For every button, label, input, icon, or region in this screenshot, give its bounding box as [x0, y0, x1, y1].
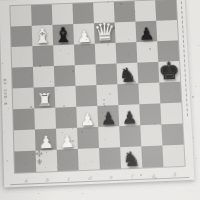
square-b7: ♝: [32, 25, 53, 46]
square-b5: [33, 66, 55, 88]
square-e1: [99, 147, 121, 169]
square-d5: [75, 64, 97, 86]
square-f6: [116, 42, 138, 63]
square-e2: [98, 126, 120, 148]
square-b4: ♜: [34, 87, 56, 109]
square-f4: [117, 83, 139, 105]
chessboard: ♝♝♟♛♟♞♚♜♟♟♟♟♟✣⚜♞ abcdefgh 8·845·49: [0, 0, 195, 187]
square-a8: [10, 5, 31, 26]
square-g3: [139, 103, 161, 125]
square-a3: [13, 108, 35, 130]
square-c4: [55, 86, 77, 108]
square-d3: ♟: [76, 106, 98, 128]
square-b6: [32, 45, 54, 66]
square-d7: ♟: [73, 23, 95, 44]
square-f7: [115, 22, 137, 43]
black-knight-f1: ♞: [122, 148, 141, 169]
square-d2: [77, 127, 99, 149]
file-label-e: e: [100, 174, 121, 181]
square-h6: [157, 40, 179, 61]
white-pawn-d7: ♟: [76, 28, 92, 45]
square-e3: ♟: [97, 105, 119, 127]
square-c8: [52, 4, 73, 25]
file-label-g: g: [143, 172, 165, 179]
square-h5: ♚: [158, 61, 180, 83]
square-d1: [78, 148, 100, 170]
square-e7: ♛: [94, 22, 116, 43]
square-e8: [93, 2, 115, 23]
board-border: ♝♝♟♛♟♞♚♜♟♟♟♟♟✣⚜♞ abcdefgh 8·845·49: [0, 0, 195, 187]
black-pawn-g7: ♟: [139, 26, 155, 43]
square-f3: ♟: [118, 104, 140, 126]
square-h8: [155, 0, 177, 21]
square-g7: ♟: [135, 21, 157, 42]
square-g5: [137, 62, 159, 84]
square-g6: [136, 41, 158, 62]
square-f8: [114, 1, 136, 22]
square-a5: [12, 67, 34, 89]
square-c5: [54, 65, 76, 87]
black-bishop-c7: ♝: [54, 25, 73, 46]
square-b3: [34, 108, 56, 130]
square-h7: [156, 20, 178, 41]
square-h4: [159, 82, 181, 104]
file-label-b: b: [36, 176, 57, 183]
playing-grid: ♝♝♟♛♟♞♚♜♟♟♟♟♟✣⚜♞: [10, 0, 184, 173]
square-g1: [141, 146, 163, 168]
square-g2: [140, 124, 162, 146]
square-d6: [74, 44, 96, 65]
white-bishop-b7: ♝: [33, 26, 52, 47]
square-f1: ♞: [120, 146, 142, 168]
square-h1: [162, 145, 184, 167]
square-a7: [11, 26, 32, 47]
file-coordinate-labels: abcdefgh: [15, 171, 185, 184]
square-c6: [53, 45, 75, 66]
square-e5: [96, 63, 118, 85]
square-b8: [31, 5, 52, 26]
square-e4: [96, 84, 118, 106]
file-label-d: d: [79, 174, 100, 181]
square-a6: [12, 46, 33, 67]
square-e6: [95, 43, 117, 64]
square-d4: [76, 85, 98, 107]
black-king-h5: ♚: [158, 59, 181, 84]
white-pawn-d3: ♟: [79, 111, 95, 129]
file-label-c: c: [58, 175, 79, 182]
square-d8: [72, 3, 94, 24]
border-dashed-line: [181, 1, 188, 116]
square-g4: [138, 83, 160, 105]
white-queen-e7: ♛: [93, 19, 116, 44]
square-b2: ♟: [35, 129, 57, 151]
white-rook-b4: ♜: [36, 91, 53, 110]
square-c2: ♟: [56, 128, 78, 150]
square-a2: [14, 129, 36, 151]
square-h2: [161, 124, 183, 146]
maker-crest-logo: ✣⚜: [36, 150, 44, 166]
square-g8: [134, 0, 156, 21]
square-f2: [119, 125, 141, 147]
black-pawn-f3: ♟: [121, 109, 137, 127]
square-c3: [55, 107, 77, 129]
photo-scene: ♝♝♟♛♟♞♚♜♟♟♟♟♟✣⚜♞ abcdefgh 8·845·49: [0, 0, 200, 200]
square-c1: [57, 149, 79, 171]
